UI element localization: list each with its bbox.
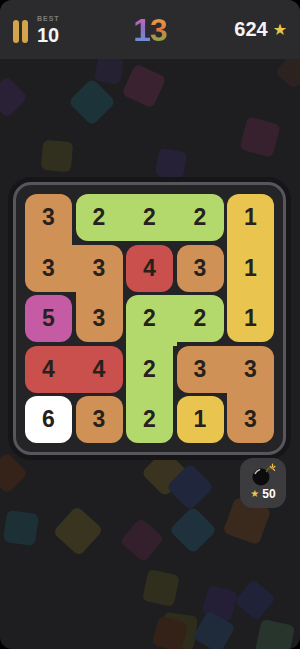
star-count: 624	[234, 18, 267, 41]
current-level-number: 13	[133, 14, 167, 46]
tile-value: 1	[227, 194, 274, 241]
pause-button[interactable]	[13, 20, 28, 43]
tile-value: 2	[126, 194, 173, 241]
best-score-group: BEST 10	[13, 15, 60, 45]
bomb-icon	[249, 461, 277, 489]
tile-4[interactable]: 4	[76, 346, 123, 393]
best-value: 10	[37, 25, 59, 45]
tile-value: 2	[76, 194, 123, 241]
tile-3[interactable]: 3	[25, 194, 72, 245]
tile-value: 3	[76, 245, 123, 292]
tile-value: 3	[177, 245, 224, 292]
decor-square	[53, 506, 104, 557]
decor-square	[41, 140, 74, 173]
star-icon: ★	[273, 22, 287, 38]
tile-2[interactable]: 2	[126, 346, 173, 397]
game-board: 3333222111435222244333631	[13, 182, 286, 455]
decor-square	[0, 452, 28, 494]
tile-2[interactable]: 2	[177, 295, 224, 342]
decor-square	[142, 569, 180, 607]
tile-3[interactable]: 3	[76, 245, 123, 296]
tile-value: 5	[25, 295, 72, 342]
board-grid: 3333222111435222244333631	[25, 194, 274, 443]
best-label: BEST	[37, 15, 60, 22]
tile-value: 2	[177, 295, 224, 342]
app-screen: BEST 10 13 624 ★ 33332221114352222443336…	[0, 0, 300, 649]
tile-6[interactable]: 6	[25, 396, 72, 443]
tile-value: 2	[126, 346, 173, 393]
tile-value: 4	[25, 346, 72, 393]
tile-1[interactable]: 1	[227, 245, 274, 296]
tile-3[interactable]: 3	[177, 245, 224, 292]
tile-3[interactable]: 3	[76, 396, 123, 443]
pause-icon	[13, 20, 19, 43]
tile-value: 1	[177, 396, 224, 443]
tile-2[interactable]: 2	[126, 396, 173, 443]
star-icon: ★	[250, 489, 259, 499]
bomb-cost: ★ 50	[250, 488, 275, 500]
tile-value: 4	[126, 245, 173, 292]
tile-3[interactable]: 3	[177, 346, 228, 393]
tile-value: 3	[177, 346, 224, 393]
bomb-booster-button[interactable]: ★ 50	[240, 458, 286, 508]
tile-value: 1	[227, 295, 274, 342]
decor-square	[3, 510, 39, 546]
decor-square	[239, 116, 281, 158]
decor-square	[155, 148, 187, 180]
decor-square	[234, 579, 276, 621]
tile-5[interactable]: 5	[25, 295, 72, 342]
pause-icon	[22, 20, 28, 43]
tile-value: 3	[227, 396, 274, 443]
tile-2[interactable]: 2	[126, 295, 177, 346]
tile-4[interactable]: 4	[126, 245, 173, 292]
tile-value: 2	[126, 396, 173, 443]
tile-2[interactable]: 2	[76, 194, 127, 241]
tile-1[interactable]: 1	[227, 295, 274, 342]
best-score: BEST 10	[37, 15, 60, 45]
tile-value: 3	[25, 245, 72, 292]
decor-square	[121, 63, 166, 108]
decor-square	[94, 55, 124, 85]
tile-value: 3	[76, 295, 123, 342]
tile-value: 4	[76, 346, 123, 393]
decor-square	[68, 78, 116, 126]
tile-value: 1	[227, 245, 274, 292]
bomb-cost-value: 50	[262, 488, 275, 500]
tile-3[interactable]: 3	[227, 396, 274, 443]
tile-3[interactable]: 3	[76, 295, 123, 342]
tile-value: 3	[227, 346, 274, 393]
decor-square	[169, 506, 217, 554]
tile-value: 6	[25, 396, 72, 443]
tile-4[interactable]: 4	[25, 346, 76, 393]
tile-value: 2	[177, 194, 224, 241]
tile-1[interactable]: 1	[227, 194, 274, 245]
star-currency: 624 ★	[234, 18, 287, 41]
decor-square	[119, 517, 164, 562]
tile-value: 3	[76, 396, 123, 443]
decor-square	[255, 619, 295, 649]
tile-1[interactable]: 1	[177, 396, 224, 443]
tile-value: 3	[25, 194, 72, 241]
tile-2[interactable]: 2	[126, 194, 177, 241]
tile-2[interactable]: 2	[177, 194, 224, 241]
tile-value: 2	[126, 295, 173, 342]
decor-square	[0, 76, 28, 118]
top-bar: BEST 10 13 624 ★	[0, 0, 300, 59]
tile-3[interactable]: 3	[227, 346, 274, 397]
tile-3[interactable]: 3	[25, 245, 76, 292]
